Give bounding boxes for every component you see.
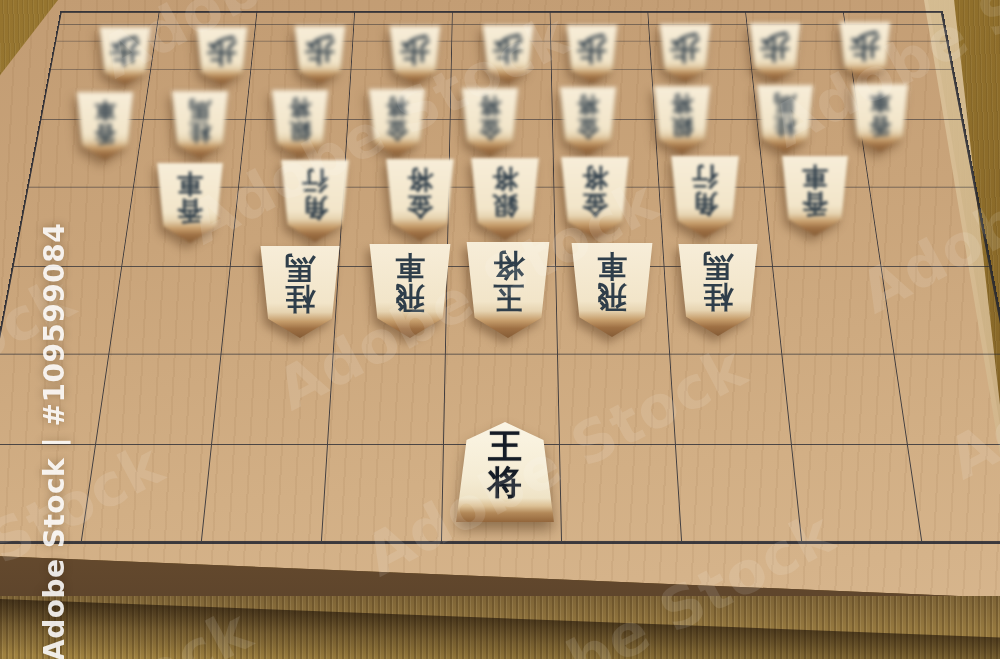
- shogi-piece-lance[interactable]: 香 車: [155, 163, 225, 243]
- piece-face: 飛 車: [569, 243, 655, 337]
- piece-face: 歩: [565, 25, 619, 83]
- piece-kanji: 歩: [110, 36, 140, 67]
- piece-kanji: 金 将: [582, 164, 608, 218]
- piece-face: 桂 馬: [170, 91, 230, 159]
- piece-kanji: 飛 車: [395, 252, 425, 314]
- piece-face: 歩: [658, 24, 712, 82]
- shogi-piece-gold[interactable]: 金 将: [460, 88, 520, 156]
- piece-face: 香 車: [780, 156, 850, 236]
- shogi-piece-knight[interactable]: 桂 馬: [170, 91, 230, 159]
- piece-kanji: 歩: [305, 35, 335, 66]
- board-cell-r1f2[interactable]: [158, 13, 258, 25]
- board-cell-r9f4[interactable]: [322, 445, 444, 542]
- piece-face: 金 将: [558, 87, 618, 155]
- piece-face: 角 行: [669, 156, 741, 238]
- piece-face: 香 車: [75, 92, 135, 160]
- board-cell-r9f9[interactable]: [908, 445, 1000, 542]
- shogi-piece-lance[interactable]: 香 車: [850, 84, 910, 152]
- shogi-piece-silver[interactable]: 銀 将: [652, 86, 712, 154]
- board-cell-r8f2[interactable]: [96, 355, 221, 445]
- shogi-piece-pawn[interactable]: 歩: [658, 24, 712, 82]
- board-cell-r8f4[interactable]: [328, 355, 446, 445]
- shogi-piece-knight[interactable]: 桂 馬: [258, 246, 342, 338]
- piece-kanji: 歩: [493, 34, 523, 65]
- board-cell-r6f9[interactable]: [870, 187, 990, 266]
- piece-face: 銀 将: [469, 158, 541, 240]
- board-cell-r1f1[interactable]: [59, 13, 159, 25]
- piece-kanji: 角 行: [692, 163, 718, 217]
- photo-stage: 歩歩歩歩歩歩歩歩歩香 車桂 馬銀 将金 将金 将金 将銀 将桂 馬香 車香 車角…: [0, 0, 1000, 659]
- piece-face: 歩: [293, 26, 347, 84]
- piece-face: 金 将: [367, 89, 427, 157]
- shogi-piece-pawn[interactable]: 歩: [195, 27, 249, 85]
- piece-face: 桂 馬: [676, 244, 760, 336]
- shogi-piece-king[interactable]: 王 将: [453, 422, 557, 522]
- board-cell-r7f9[interactable]: [881, 267, 1000, 355]
- piece-kanji: 金 将: [479, 94, 501, 140]
- piece-kanji: 金 将: [407, 166, 433, 220]
- piece-kanji: 飛 車: [597, 251, 627, 313]
- piece-kanji: 玉 将: [493, 250, 524, 314]
- shogi-piece-knight[interactable]: 桂 馬: [755, 85, 815, 153]
- piece-face: 金 将: [460, 88, 520, 156]
- piece-kanji: 銀 将: [289, 96, 311, 142]
- piece-kanji: 歩: [577, 34, 607, 65]
- shogi-piece-gold[interactable]: 金 将: [367, 89, 427, 157]
- piece-face: 歩: [98, 27, 152, 85]
- shogi-piece-rook[interactable]: 飛 車: [367, 244, 453, 338]
- shogi-piece-pawn[interactable]: 歩: [748, 23, 802, 81]
- piece-kanji: 銀 将: [492, 165, 518, 219]
- shogi-piece-jeweled-king[interactable]: 玉 将: [464, 242, 552, 338]
- piece-face: 桂 馬: [755, 85, 815, 153]
- board-cell-r7f8[interactable]: [773, 267, 894, 355]
- shogi-piece-lance[interactable]: 香 車: [780, 156, 850, 236]
- board-cell-r1f3[interactable]: [256, 13, 355, 25]
- board-cell-r8f9[interactable]: [894, 355, 1000, 445]
- piece-face: 歩: [748, 23, 802, 81]
- board-cell-r9f2[interactable]: [82, 445, 212, 542]
- shogi-piece-knight[interactable]: 桂 馬: [676, 244, 760, 336]
- watermark-id-label: Adobe Stock | #109599084: [38, 223, 71, 659]
- piece-kanji: 歩: [760, 32, 790, 63]
- piece-kanji: 香 車: [94, 98, 116, 144]
- piece-kanji: 歩: [400, 35, 430, 66]
- shogi-piece-lance[interactable]: 香 車: [75, 92, 135, 160]
- piece-face: 歩: [838, 22, 892, 80]
- board-cell-r8f7[interactable]: [670, 355, 792, 445]
- piece-face: 金 将: [559, 157, 631, 239]
- board-cell-r8f3[interactable]: [212, 355, 334, 445]
- shogi-piece-pawn[interactable]: 歩: [481, 25, 535, 83]
- board-cell-r9f6[interactable]: [560, 445, 682, 542]
- piece-face: 飛 車: [367, 244, 453, 338]
- piece-kanji: 銀 将: [671, 92, 693, 138]
- piece-kanji: 金 将: [577, 93, 599, 139]
- board-cell-r6f1[interactable]: [14, 187, 134, 266]
- shogi-piece-gold[interactable]: 金 将: [558, 87, 618, 155]
- piece-face: 桂 馬: [258, 246, 342, 338]
- piece-kanji: 桂 馬: [285, 253, 315, 315]
- piece-face: 玉 将: [464, 242, 552, 338]
- shogi-piece-pawn[interactable]: 歩: [838, 22, 892, 80]
- shogi-piece-rook[interactable]: 飛 車: [569, 243, 655, 337]
- piece-kanji: 香 車: [869, 90, 891, 136]
- piece-face: 香 車: [850, 84, 910, 152]
- board-cell-r9f3[interactable]: [202, 445, 328, 542]
- shogi-piece-gold[interactable]: 金 将: [384, 159, 456, 241]
- shogi-piece-gold[interactable]: 金 将: [559, 157, 631, 239]
- piece-kanji: 歩: [207, 36, 237, 67]
- board-cell-r1f6[interactable]: [551, 13, 650, 25]
- piece-kanji: 香 車: [802, 163, 828, 217]
- shogi-piece-silver[interactable]: 銀 将: [270, 90, 330, 158]
- board-cell-r1f5[interactable]: [452, 13, 550, 25]
- piece-face: 金 将: [384, 159, 456, 241]
- piece-face: 歩: [388, 26, 442, 84]
- piece-face: 歩: [195, 27, 249, 85]
- piece-kanji: 桂 馬: [703, 251, 733, 313]
- shogi-piece-pawn[interactable]: 歩: [293, 26, 347, 84]
- piece-kanji: 桂 馬: [774, 91, 796, 137]
- piece-face: 銀 将: [652, 86, 712, 154]
- piece-face: 歩: [481, 25, 535, 83]
- board-cell-r8f8[interactable]: [782, 355, 908, 445]
- piece-face: 角 行: [279, 160, 351, 242]
- piece-kanji: 金 将: [386, 95, 408, 141]
- shogi-piece-silver[interactable]: 銀 将: [469, 158, 541, 240]
- board-cell-r9f7[interactable]: [676, 445, 802, 542]
- shogi-piece-pawn[interactable]: 歩: [98, 27, 152, 85]
- piece-face: 銀 将: [270, 90, 330, 158]
- piece-face: 香 車: [155, 163, 225, 243]
- shogi-piece-bishop[interactable]: 角 行: [669, 156, 741, 238]
- piece-kanji: 角 行: [302, 167, 328, 221]
- shogi-piece-bishop[interactable]: 角 行: [279, 160, 351, 242]
- board-cell-r7f2[interactable]: [109, 267, 230, 355]
- board-cell-r8f6[interactable]: [558, 355, 676, 445]
- piece-kanji: 歩: [850, 31, 880, 62]
- piece-kanji: 桂 馬: [189, 97, 211, 143]
- piece-face: 王 将: [453, 422, 557, 522]
- board-cell-r9f8[interactable]: [792, 445, 922, 542]
- board-cell-r1f4[interactable]: [354, 13, 453, 25]
- piece-kanji: 歩: [670, 33, 700, 64]
- shogi-piece-pawn[interactable]: 歩: [388, 26, 442, 84]
- piece-kanji: 香 車: [177, 170, 203, 224]
- piece-kanji: 王 将: [488, 429, 522, 500]
- shogi-piece-pawn[interactable]: 歩: [565, 25, 619, 83]
